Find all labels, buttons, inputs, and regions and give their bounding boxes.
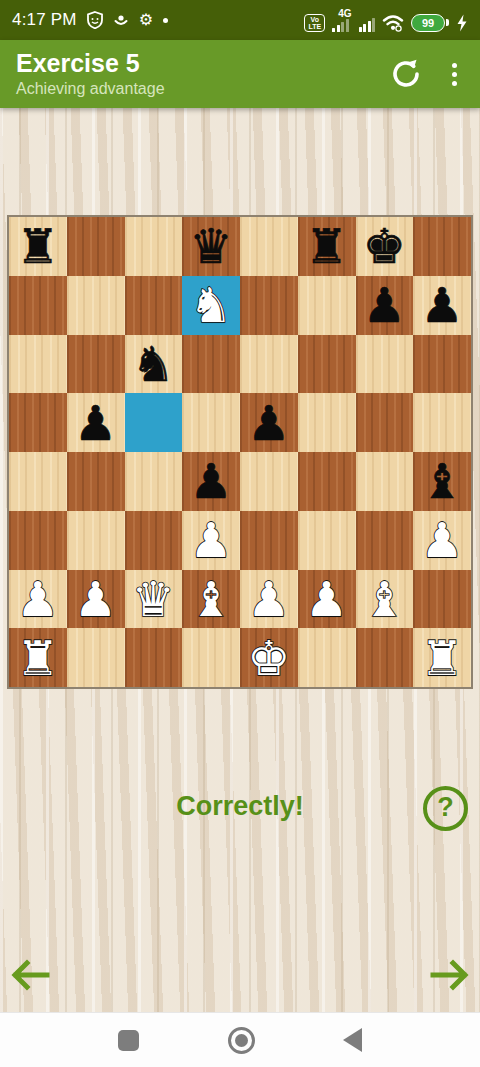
previous-exercise-button[interactable]: [9, 955, 51, 995]
square-d3[interactable]: ♟︎: [182, 511, 240, 570]
white-knight-d7[interactable]: ♞︎: [190, 281, 233, 329]
black-bishop-h4[interactable]: ♝︎: [421, 457, 464, 505]
square-g1[interactable]: [356, 628, 414, 687]
square-f4[interactable]: [298, 452, 356, 511]
black-pawn-h7[interactable]: ♟︎: [421, 281, 464, 329]
square-a7[interactable]: [9, 276, 67, 335]
black-knight-c6[interactable]: ♞︎: [132, 340, 175, 388]
square-a4[interactable]: [9, 452, 67, 511]
shield-icon: [87, 11, 103, 29]
square-h6[interactable]: [413, 335, 471, 394]
feedback-message: Correctly!: [0, 791, 480, 822]
black-pawn-e5[interactable]: ♟︎: [247, 399, 290, 447]
square-h2[interactable]: [413, 570, 471, 629]
record-icon: [113, 12, 129, 28]
overflow-menu-icon[interactable]: [436, 56, 472, 92]
battery-icon: 99: [411, 14, 449, 32]
square-h8[interactable]: [413, 217, 471, 276]
square-f1[interactable]: [298, 628, 356, 687]
black-queen-d8[interactable]: ♛︎: [190, 222, 233, 270]
black-king-g8[interactable]: ♚︎: [363, 222, 406, 270]
help-button[interactable]: ?: [423, 786, 468, 831]
refresh-icon[interactable]: [388, 56, 424, 92]
home-icon[interactable]: [228, 1027, 255, 1054]
clock: 4:17 PM: [12, 10, 77, 30]
square-e8[interactable]: [240, 217, 298, 276]
square-e3[interactable]: [240, 511, 298, 570]
black-rook-a8[interactable]: ♜︎: [16, 222, 59, 270]
square-e6[interactable]: [240, 335, 298, 394]
square-f8[interactable]: ♜︎: [298, 217, 356, 276]
square-g8[interactable]: ♚︎: [356, 217, 414, 276]
next-exercise-button[interactable]: [429, 955, 471, 995]
square-b1[interactable]: [67, 628, 125, 687]
white-pawn-e2[interactable]: ♟︎: [247, 575, 290, 623]
phone-screen: 4:17 PM ⚙ Vo LTE 4G: [0, 0, 480, 1067]
black-pawn-b5[interactable]: ♟︎: [74, 399, 117, 447]
square-d7[interactable]: ♞︎: [182, 276, 240, 335]
square-b5[interactable]: ♟︎: [67, 393, 125, 452]
square-a6[interactable]: [9, 335, 67, 394]
notification-dot-icon: [163, 18, 168, 23]
white-pawn-h3[interactable]: ♟︎: [421, 516, 464, 564]
white-bishop-d2[interactable]: ♝︎: [190, 575, 233, 623]
square-c7[interactable]: [125, 276, 183, 335]
square-d2[interactable]: ♝︎: [182, 570, 240, 629]
square-a2[interactable]: ♟︎: [9, 570, 67, 629]
square-g6[interactable]: [356, 335, 414, 394]
square-d4[interactable]: ♟︎: [182, 452, 240, 511]
square-h5[interactable]: [413, 393, 471, 452]
square-a1[interactable]: ♜︎: [9, 628, 67, 687]
square-b2[interactable]: ♟︎: [67, 570, 125, 629]
square-e1[interactable]: ♚︎: [240, 628, 298, 687]
square-c6[interactable]: ♞︎: [125, 335, 183, 394]
white-pawn-a2[interactable]: ♟︎: [16, 575, 59, 623]
white-pawn-b2[interactable]: ♟︎: [74, 575, 117, 623]
white-queen-c2[interactable]: ♛︎: [132, 575, 175, 623]
black-rook-f8[interactable]: ♜︎: [305, 222, 348, 270]
square-a5[interactable]: [9, 393, 67, 452]
square-e4[interactable]: [240, 452, 298, 511]
square-d8[interactable]: ♛︎: [182, 217, 240, 276]
square-b8[interactable]: [67, 217, 125, 276]
square-c2[interactable]: ♛︎: [125, 570, 183, 629]
square-c1[interactable]: [125, 628, 183, 687]
square-e7[interactable]: [240, 276, 298, 335]
square-b3[interactable]: [67, 511, 125, 570]
android-nav-bar: [0, 1012, 480, 1067]
question-mark-icon: ?: [437, 792, 454, 823]
square-a8[interactable]: ♜︎: [9, 217, 67, 276]
square-g7[interactable]: ♟︎: [356, 276, 414, 335]
white-pawn-f2[interactable]: ♟︎: [305, 575, 348, 623]
square-f7[interactable]: [298, 276, 356, 335]
square-c5[interactable]: [125, 393, 183, 452]
square-h4[interactable]: ♝︎: [413, 452, 471, 511]
recents-icon[interactable]: [118, 1030, 139, 1051]
app-bar: Exercise 5 Achieving advantage: [0, 40, 480, 108]
square-f6[interactable]: [298, 335, 356, 394]
square-c4[interactable]: [125, 452, 183, 511]
black-pawn-d4[interactable]: ♟︎: [190, 457, 233, 505]
square-h3[interactable]: ♟︎: [413, 511, 471, 570]
square-e2[interactable]: ♟︎: [240, 570, 298, 629]
square-f5[interactable]: [298, 393, 356, 452]
white-bishop-g2[interactable]: ♝︎: [363, 575, 406, 623]
square-b6[interactable]: [67, 335, 125, 394]
back-icon[interactable]: [343, 1028, 362, 1052]
square-a3[interactable]: [9, 511, 67, 570]
square-d1[interactable]: [182, 628, 240, 687]
square-g5[interactable]: [356, 393, 414, 452]
square-g3[interactable]: [356, 511, 414, 570]
square-f2[interactable]: ♟︎: [298, 570, 356, 629]
white-king-e1[interactable]: ♚︎: [247, 634, 290, 682]
white-rook-h1[interactable]: ♜︎: [421, 634, 464, 682]
square-h1[interactable]: ♜︎: [413, 628, 471, 687]
signal-bars-sim2: [359, 18, 376, 32]
chess-board[interactable]: ♜︎♛︎♜︎♚︎♞︎♟︎♟︎♞︎♟︎♟︎♟︎♝︎♟︎♟︎♟︎♟︎♛︎♝︎♟︎♟︎…: [7, 215, 473, 689]
wifi-icon: [382, 14, 404, 32]
square-d5[interactable]: [182, 393, 240, 452]
black-pawn-g7[interactable]: ♟︎: [363, 281, 406, 329]
square-g4[interactable]: [356, 452, 414, 511]
square-c8[interactable]: [125, 217, 183, 276]
gear-icon: ⚙: [139, 12, 153, 28]
square-h7[interactable]: ♟︎: [413, 276, 471, 335]
white-pawn-d3[interactable]: ♟︎: [190, 516, 233, 564]
square-g2[interactable]: ♝︎: [356, 570, 414, 629]
volte-badge: Vo LTE: [304, 14, 325, 32]
signal-bars-sim1: 4G: [332, 9, 351, 32]
square-e5[interactable]: ♟︎: [240, 393, 298, 452]
square-b4[interactable]: [67, 452, 125, 511]
status-bar: 4:17 PM ⚙ Vo LTE 4G: [0, 0, 480, 40]
square-d6[interactable]: [182, 335, 240, 394]
square-f3[interactable]: [298, 511, 356, 570]
square-b7[interactable]: [67, 276, 125, 335]
square-c3[interactable]: [125, 511, 183, 570]
white-rook-a1[interactable]: ♜︎: [16, 634, 59, 682]
charging-bolt-icon: [456, 14, 468, 32]
